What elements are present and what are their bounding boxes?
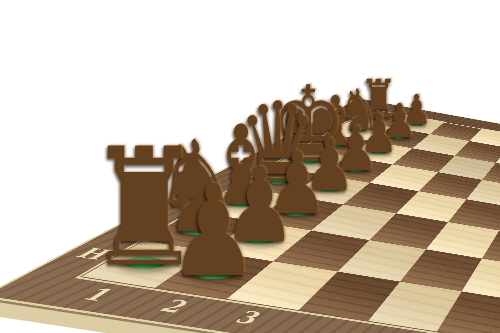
rank-label-2: 2 [153,298,192,316]
file-label-g: G [132,216,169,229]
chess-set-product-photo: HG123 ♜♞♝♚♛♝♞♜♟♟♟♟♟♟♟♟ [0,0,500,333]
chess-board: HG123 [0,98,500,333]
rank-label-1: 1 [76,286,119,304]
rank-label-3: 3 [229,309,265,328]
